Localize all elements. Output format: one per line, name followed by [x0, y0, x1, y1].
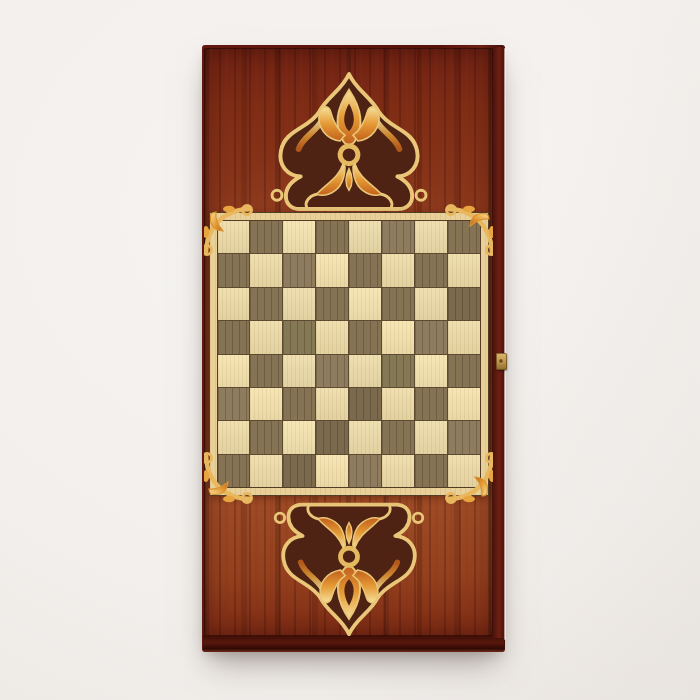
square-d3[interactable] [316, 388, 348, 420]
square-b8[interactable] [250, 221, 282, 253]
corner-flourish-top-left [204, 200, 253, 256]
square-d8[interactable] [316, 221, 348, 253]
square-h3[interactable] [448, 388, 480, 420]
square-b3[interactable] [250, 388, 282, 420]
square-c2[interactable] [283, 421, 315, 453]
brass-clasp [496, 353, 507, 370]
square-h6[interactable] [448, 288, 480, 320]
corner-flourish-bottom-left [204, 452, 253, 508]
square-g5[interactable] [415, 321, 447, 353]
square-f5[interactable] [382, 321, 414, 353]
onion-dome-pendant-icon [255, 498, 443, 636]
square-g1[interactable] [415, 455, 447, 487]
flame-scroll-icon [204, 200, 253, 256]
case-bottom-edge [203, 635, 504, 652]
square-h4[interactable] [448, 355, 480, 387]
square-c7[interactable] [283, 254, 315, 286]
square-g2[interactable] [415, 421, 447, 453]
square-h7[interactable] [448, 254, 480, 286]
square-b4[interactable] [250, 355, 282, 387]
square-f2[interactable] [382, 421, 414, 453]
corner-flourish-top-right [445, 200, 494, 256]
case-right-edge [492, 47, 505, 638]
square-c3[interactable] [283, 388, 315, 420]
square-g3[interactable] [415, 388, 447, 420]
corner-flourish-bottom-right [445, 452, 494, 508]
square-e7[interactable] [349, 254, 381, 286]
square-e3[interactable] [349, 388, 381, 420]
square-a6[interactable] [218, 288, 250, 320]
square-g7[interactable] [415, 254, 447, 286]
square-d6[interactable] [316, 288, 348, 320]
square-a3[interactable] [218, 388, 250, 420]
square-b7[interactable] [250, 254, 282, 286]
photo-backdrop [0, 0, 700, 700]
square-f8[interactable] [382, 221, 414, 253]
square-g6[interactable] [415, 288, 447, 320]
square-f4[interactable] [382, 355, 414, 387]
square-f6[interactable] [382, 288, 414, 320]
square-d1[interactable] [316, 455, 348, 487]
square-e2[interactable] [349, 421, 381, 453]
square-e8[interactable] [349, 221, 381, 253]
bottom-arabesque-ornament [255, 498, 443, 636]
square-d4[interactable] [316, 355, 348, 387]
square-a7[interactable] [218, 254, 250, 286]
square-f1[interactable] [382, 455, 414, 487]
square-a2[interactable] [218, 421, 250, 453]
square-c4[interactable] [283, 355, 315, 387]
square-g4[interactable] [415, 355, 447, 387]
square-g8[interactable] [415, 221, 447, 253]
square-c1[interactable] [283, 455, 315, 487]
square-d2[interactable] [316, 421, 348, 453]
square-f3[interactable] [382, 388, 414, 420]
square-d7[interactable] [316, 254, 348, 286]
square-b6[interactable] [250, 288, 282, 320]
chessboard-grid [217, 220, 481, 488]
square-e4[interactable] [349, 355, 381, 387]
flame-scroll-icon [445, 200, 494, 256]
square-e1[interactable] [349, 455, 381, 487]
square-f7[interactable] [382, 254, 414, 286]
chess-case [202, 45, 505, 652]
square-b1[interactable] [250, 455, 282, 487]
flame-scroll-icon [445, 452, 494, 508]
square-h2[interactable] [448, 421, 480, 453]
square-h5[interactable] [448, 321, 480, 353]
square-b2[interactable] [250, 421, 282, 453]
chessboard [209, 212, 489, 496]
top-arabesque-ornament [255, 70, 443, 216]
square-c8[interactable] [283, 221, 315, 253]
square-e6[interactable] [349, 288, 381, 320]
square-c5[interactable] [283, 321, 315, 353]
case-lid-face [204, 48, 493, 636]
square-b5[interactable] [250, 321, 282, 353]
square-e5[interactable] [349, 321, 381, 353]
onion-dome-icon [255, 70, 443, 216]
square-a5[interactable] [218, 321, 250, 353]
square-d5[interactable] [316, 321, 348, 353]
flame-scroll-icon [204, 452, 253, 508]
square-a4[interactable] [218, 355, 250, 387]
square-c6[interactable] [283, 288, 315, 320]
